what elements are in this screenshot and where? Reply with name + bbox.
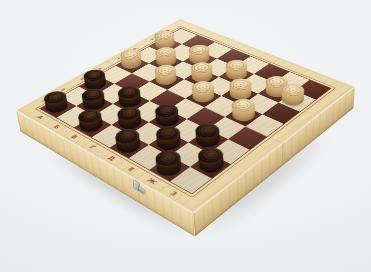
light-piece-e5[interactable] [185, 87, 222, 107]
column-label-g: Ж [145, 177, 159, 186]
label-separator: · [117, 161, 125, 166]
column-label-h: З [168, 190, 179, 197]
light-piece-g5[interactable] [225, 105, 263, 127]
checkers-board: АБ·В·Г·Д·Е·Ж·З· 12345678 [21, 38, 354, 237]
light-piece-c5[interactable] [149, 71, 184, 90]
label-separator: · [61, 129, 69, 134]
label-separator: · [98, 150, 106, 155]
label-separator: · [158, 184, 166, 190]
board-top-face: АБ·В·Г·Д·Е·Ж·З· 12345678 [16, 19, 355, 213]
dark-piece-h2[interactable] [190, 153, 231, 179]
label-separator: · [79, 140, 87, 145]
column-label-f: Е [126, 166, 136, 173]
latch-hook [139, 186, 145, 195]
photo-backdrop: АБ·В·Г·Д·Е·Ж·З· 12345678 [0, 0, 371, 272]
column-label-d: Г [88, 144, 98, 150]
dark-piece-e1[interactable] [109, 135, 149, 159]
dark-piece-g1[interactable] [149, 156, 190, 182]
light-piece-a5[interactable] [115, 56, 149, 74]
dark-piece-a1[interactable] [39, 97, 76, 118]
column-label-e: Д [106, 155, 117, 162]
label-separator: · [44, 120, 52, 125]
column-label-c: В [69, 134, 79, 140]
column-label-b: Б [52, 124, 62, 130]
label-separator: · [137, 173, 145, 179]
column-label-a: А [35, 114, 45, 120]
fold-seam-edge [282, 143, 284, 167]
dark-piece-c1[interactable] [73, 115, 111, 137]
